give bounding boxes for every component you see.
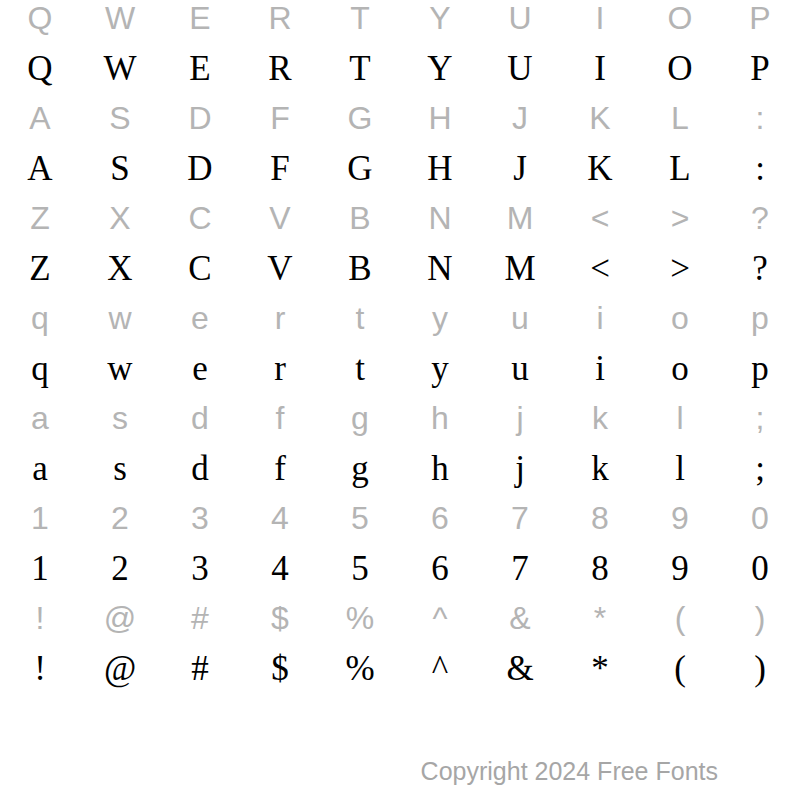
glyph-cell-r7-c4: t <box>320 343 400 393</box>
glyph-cell-r5-c9: ? <box>720 243 800 293</box>
glyph-cell-r0-c1: W <box>80 0 160 43</box>
glyph-cell-r5-c2: C <box>160 243 240 293</box>
glyph-cell-r8-c4: g <box>320 393 400 443</box>
glyph-cell-r11-c6: 7 <box>480 543 560 593</box>
glyph-cell-r2-c4: G <box>320 93 400 143</box>
glyph-cell-r4-c8: > <box>640 193 720 243</box>
glyph-cell-r3-c0: A <box>0 143 80 193</box>
glyph-cell-r11-c0: 1 <box>0 543 80 593</box>
glyph-cell-r9-c1: s <box>80 443 160 493</box>
glyph-cell-r10-c1: 2 <box>80 493 160 543</box>
glyph-cell-r7-c3: r <box>240 343 320 393</box>
glyph-cell-r0-c3: R <box>240 0 320 43</box>
glyph-cell-r2-c5: H <box>400 93 480 143</box>
glyph-cell-r3-c8: L <box>640 143 720 193</box>
glyph-cell-r6-c8: o <box>640 293 720 343</box>
glyph-cell-r6-c6: u <box>480 293 560 343</box>
glyph-cell-r8-c3: f <box>240 393 320 443</box>
glyph-cell-r12-c4: % <box>320 593 400 643</box>
glyph-cell-r11-c1: 2 <box>80 543 160 593</box>
glyph-cell-r1-c8: O <box>640 43 720 93</box>
glyph-cell-r0-c9: P <box>720 0 800 43</box>
glyph-cell-r0-c5: Y <box>400 0 480 43</box>
glyph-cell-r0-c8: O <box>640 0 720 43</box>
glyph-cell-r2-c9: : <box>720 93 800 143</box>
glyph-cell-r5-c4: B <box>320 243 400 293</box>
glyph-cell-r6-c4: t <box>320 293 400 343</box>
glyph-cell-r4-c3: V <box>240 193 320 243</box>
glyph-cell-r4-c2: C <box>160 193 240 243</box>
glyph-cell-r1-c9: P <box>720 43 800 93</box>
glyph-cell-r10-c2: 3 <box>160 493 240 543</box>
glyph-cell-r13-c5: ^ <box>400 643 480 693</box>
glyph-cell-r12-c5: ^ <box>400 593 480 643</box>
glyph-cell-r8-c6: j <box>480 393 560 443</box>
glyph-cell-r2-c2: D <box>160 93 240 143</box>
glyph-cell-r2-c0: A <box>0 93 80 143</box>
glyph-cell-r1-c3: R <box>240 43 320 93</box>
glyph-cell-r2-c6: J <box>480 93 560 143</box>
glyph-cell-r1-c0: Q <box>0 43 80 93</box>
glyph-cell-r1-c6: U <box>480 43 560 93</box>
glyph-cell-r11-c2: 3 <box>160 543 240 593</box>
glyph-cell-r8-c7: k <box>560 393 640 443</box>
glyph-cell-r12-c0: ! <box>0 593 80 643</box>
glyph-cell-r11-c5: 6 <box>400 543 480 593</box>
glyph-cell-r6-c5: y <box>400 293 480 343</box>
glyph-cell-r7-c8: o <box>640 343 720 393</box>
glyph-cell-r11-c4: 5 <box>320 543 400 593</box>
glyph-cell-r9-c2: d <box>160 443 240 493</box>
glyph-cell-r10-c4: 5 <box>320 493 400 543</box>
glyph-cell-r5-c1: X <box>80 243 160 293</box>
glyph-cell-r9-c0: a <box>0 443 80 493</box>
glyph-cell-r10-c7: 8 <box>560 493 640 543</box>
glyph-cell-r3-c6: J <box>480 143 560 193</box>
copyright-watermark: Copyright 2024 Free Fonts <box>421 757 718 786</box>
glyph-cell-r5-c5: N <box>400 243 480 293</box>
glyph-cell-r9-c3: f <box>240 443 320 493</box>
glyph-cell-r7-c7: i <box>560 343 640 393</box>
glyph-cell-r7-c5: y <box>400 343 480 393</box>
glyph-cell-r7-c1: w <box>80 343 160 393</box>
glyph-cell-r5-c7: < <box>560 243 640 293</box>
glyph-cell-r3-c5: H <box>400 143 480 193</box>
glyph-cell-r13-c7: * <box>560 643 640 693</box>
glyph-cell-r2-c3: F <box>240 93 320 143</box>
glyph-cell-r11-c9: 0 <box>720 543 800 593</box>
glyph-cell-r4-c6: M <box>480 193 560 243</box>
glyph-cell-r1-c7: I <box>560 43 640 93</box>
glyph-cell-r3-c2: D <box>160 143 240 193</box>
glyph-cell-r11-c7: 8 <box>560 543 640 593</box>
glyph-cell-r12-c6: & <box>480 593 560 643</box>
glyph-cell-r9-c6: j <box>480 443 560 493</box>
glyph-cell-r5-c3: V <box>240 243 320 293</box>
glyph-cell-r0-c0: Q <box>0 0 80 43</box>
glyph-cell-r1-c2: E <box>160 43 240 93</box>
glyph-cell-r6-c1: w <box>80 293 160 343</box>
glyph-cell-r13-c1: @ <box>80 643 160 693</box>
glyph-cell-r2-c1: S <box>80 93 160 143</box>
glyph-cell-r12-c2: # <box>160 593 240 643</box>
glyph-cell-r9-c8: l <box>640 443 720 493</box>
glyph-cell-r8-c2: d <box>160 393 240 443</box>
glyph-cell-r7-c9: p <box>720 343 800 393</box>
glyph-cell-r12-c8: ( <box>640 593 720 643</box>
glyph-cell-r12-c9: ) <box>720 593 800 643</box>
glyph-cell-r13-c8: ( <box>640 643 720 693</box>
glyph-cell-r9-c5: h <box>400 443 480 493</box>
glyph-cell-r7-c0: q <box>0 343 80 393</box>
glyph-cell-r8-c0: a <box>0 393 80 443</box>
glyph-cell-r6-c3: r <box>240 293 320 343</box>
glyph-cell-r6-c9: p <box>720 293 800 343</box>
glyph-cell-r5-c8: > <box>640 243 720 293</box>
glyph-cell-r13-c3: $ <box>240 643 320 693</box>
glyph-cell-r13-c4: % <box>320 643 400 693</box>
glyph-cell-r13-c6: & <box>480 643 560 693</box>
glyph-cell-r13-c9: ) <box>720 643 800 693</box>
glyph-cell-r10-c8: 9 <box>640 493 720 543</box>
glyph-cell-r3-c3: F <box>240 143 320 193</box>
glyph-cell-r8-c1: s <box>80 393 160 443</box>
glyph-cell-r0-c7: I <box>560 0 640 43</box>
glyph-cell-r5-c0: Z <box>0 243 80 293</box>
glyph-cell-r3-c1: S <box>80 143 160 193</box>
glyph-cell-r6-c7: i <box>560 293 640 343</box>
glyph-cell-r11-c8: 9 <box>640 543 720 593</box>
glyph-cell-r13-c2: # <box>160 643 240 693</box>
glyph-cell-r4-c5: N <box>400 193 480 243</box>
glyph-cell-r10-c9: 0 <box>720 493 800 543</box>
glyph-cell-r8-c8: l <box>640 393 720 443</box>
glyph-cell-r8-c5: h <box>400 393 480 443</box>
glyph-cell-r10-c3: 4 <box>240 493 320 543</box>
glyph-cell-r2-c7: K <box>560 93 640 143</box>
glyph-cell-r7-c6: u <box>480 343 560 393</box>
glyph-cell-r3-c9: : <box>720 143 800 193</box>
glyph-cell-r0-c6: U <box>480 0 560 43</box>
glyph-cell-r6-c2: e <box>160 293 240 343</box>
glyph-cell-r10-c5: 6 <box>400 493 480 543</box>
glyph-cell-r4-c1: X <box>80 193 160 243</box>
glyph-cell-r10-c0: 1 <box>0 493 80 543</box>
glyph-cell-r0-c2: E <box>160 0 240 43</box>
glyph-cell-r4-c4: B <box>320 193 400 243</box>
glyph-cell-r4-c7: < <box>560 193 640 243</box>
character-specimen-grid: QWERTYUIOPQWERTYUIOPASDFGHJKL:ASDFGHJKL:… <box>0 0 800 693</box>
glyph-cell-r4-c9: ? <box>720 193 800 243</box>
glyph-cell-r7-c2: e <box>160 343 240 393</box>
glyph-cell-r6-c0: q <box>0 293 80 343</box>
glyph-cell-r1-c1: W <box>80 43 160 93</box>
glyph-cell-r9-c4: g <box>320 443 400 493</box>
glyph-cell-r12-c1: @ <box>80 593 160 643</box>
glyph-cell-r9-c9: ; <box>720 443 800 493</box>
glyph-cell-r1-c4: T <box>320 43 400 93</box>
glyph-cell-r4-c0: Z <box>0 193 80 243</box>
glyph-cell-r1-c5: Y <box>400 43 480 93</box>
glyph-cell-r0-c4: T <box>320 0 400 43</box>
glyph-cell-r9-c7: k <box>560 443 640 493</box>
glyph-cell-r12-c3: $ <box>240 593 320 643</box>
glyph-cell-r5-c6: M <box>480 243 560 293</box>
glyph-cell-r11-c3: 4 <box>240 543 320 593</box>
glyph-cell-r8-c9: ; <box>720 393 800 443</box>
glyph-cell-r10-c6: 7 <box>480 493 560 543</box>
glyph-cell-r3-c7: K <box>560 143 640 193</box>
glyph-cell-r12-c7: * <box>560 593 640 643</box>
glyph-cell-r3-c4: G <box>320 143 400 193</box>
glyph-cell-r13-c0: ! <box>0 643 80 693</box>
glyph-cell-r2-c8: L <box>640 93 720 143</box>
